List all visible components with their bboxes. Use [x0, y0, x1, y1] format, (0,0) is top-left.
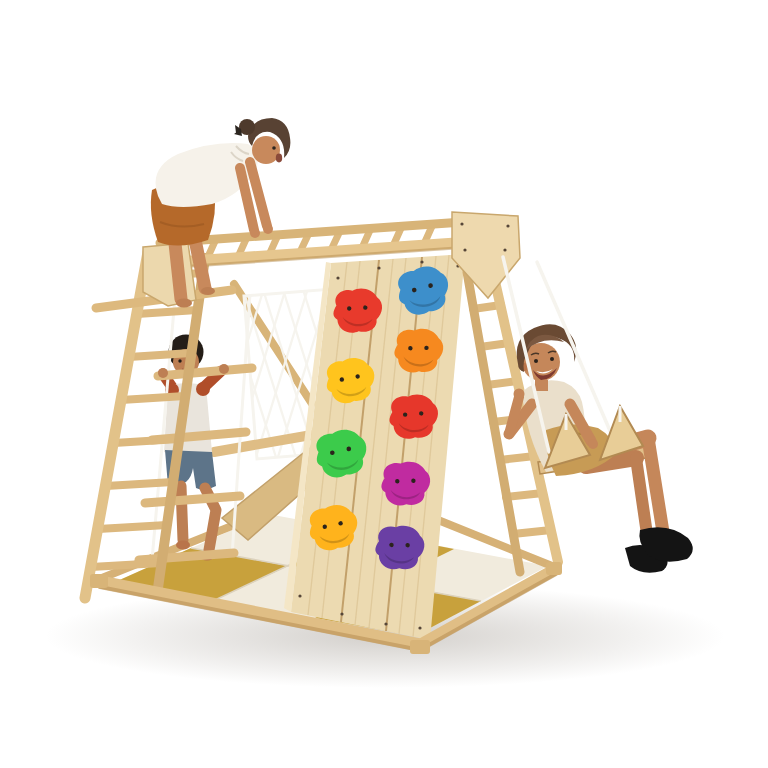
boy-hand: [514, 389, 525, 400]
boy-socks: [625, 527, 693, 572]
playset-scene: [0, 0, 768, 768]
toddler-hand: [158, 368, 168, 378]
product-photo: Three children playing on a natural-wood…: [0, 0, 768, 768]
toddler-hand: [219, 364, 229, 374]
